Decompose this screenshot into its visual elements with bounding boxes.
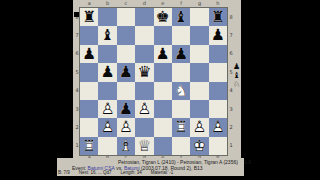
square-f6[interactable]: ♟	[172, 45, 190, 63]
file-label-top-b: b	[98, 0, 116, 7]
piece-white-king: ♚♔	[190, 137, 208, 155]
rank-label-right-8: 8	[228, 8, 234, 26]
file-labels-top: abcdefgh	[80, 0, 227, 7]
square-c8[interactable]	[117, 8, 135, 26]
stat-next-move: Next: 16. ... Qd7	[79, 170, 112, 175]
square-b4[interactable]	[98, 82, 116, 100]
piece-white-king-outline: ♔	[190, 137, 208, 155]
square-c7[interactable]	[117, 26, 135, 44]
square-e7[interactable]	[154, 26, 172, 44]
square-g7[interactable]	[190, 26, 208, 44]
square-h6[interactable]	[209, 45, 227, 63]
piece-white-rook: ♜♖	[80, 137, 98, 155]
file-label-top-h: h	[209, 0, 227, 7]
black-to-move-indicator	[74, 12, 79, 17]
square-e8[interactable]: ♚	[154, 8, 172, 26]
square-f7[interactable]	[172, 26, 190, 44]
square-a2[interactable]	[80, 118, 98, 136]
square-c5[interactable]: ♟	[117, 63, 135, 81]
square-e2[interactable]	[154, 118, 172, 136]
piece-white-pawn-outline: ♙	[98, 100, 116, 118]
square-f1[interactable]	[172, 137, 190, 155]
piece-white-pawn-outline: ♙	[209, 118, 227, 136]
square-h4[interactable]	[209, 82, 227, 100]
piece-black-bishop: ♝	[172, 8, 190, 26]
square-f3[interactable]	[172, 100, 190, 118]
square-a6[interactable]: ♟	[80, 45, 98, 63]
piece-black-pawn: ♟	[209, 26, 227, 44]
piece-black-queen: ♛	[135, 63, 153, 81]
file-label-top-c: c	[117, 0, 135, 7]
square-h3[interactable]	[209, 100, 227, 118]
square-b5[interactable]: ♟	[98, 63, 116, 81]
square-c4[interactable]	[117, 82, 135, 100]
square-b6[interactable]	[98, 45, 116, 63]
piece-black-pawn: ♟	[98, 63, 116, 81]
square-b7[interactable]: ♝	[98, 26, 116, 44]
piece-white-pawn-outline: ♙	[190, 118, 208, 136]
piece-black-pawn: ♟	[154, 45, 172, 63]
piece-white-pawn-outline: ♙	[98, 118, 116, 136]
stat-length: Length: 34	[121, 170, 142, 175]
square-c3[interactable]: ♟	[117, 100, 135, 118]
piece-white-pawn-outline: ♙	[135, 100, 153, 118]
square-f4[interactable]: ♞♘	[172, 82, 190, 100]
square-a5[interactable]	[80, 63, 98, 81]
square-b1[interactable]	[98, 137, 116, 155]
piece-white-knight: ♞♘	[172, 82, 190, 100]
file-label-top-d: d	[135, 0, 153, 7]
piece-white-pawn: ♟♙	[209, 118, 227, 136]
square-d1[interactable]: ♛♕	[135, 137, 153, 155]
square-c6[interactable]	[117, 45, 135, 63]
square-g4[interactable]	[190, 82, 208, 100]
screenshot-root: { "game": "chess", "position": "r3kb1r/1…	[0, 0, 320, 180]
piece-black-rook: ♜	[209, 8, 227, 26]
square-g6[interactable]	[190, 45, 208, 63]
piece-white-rook-outline: ♖	[80, 137, 98, 155]
piece-white-bishop: ♝♗	[117, 137, 135, 155]
board: ♜♚♝♜♝♟♟♟♟♟♟♛♞♘♟♙♟♟♙♟♙♟♙♜♖♟♙♟♙♜♖♝♗♛♕♚♔	[80, 8, 227, 155]
caption-panel: Petrosian, Tigran L (2410) - Petrosian, …	[57, 158, 244, 176]
piece-black-bishop: ♝	[98, 26, 116, 44]
rank-label-right-2: 2	[228, 118, 234, 136]
piece-white-knight-outline: ♘	[172, 82, 190, 100]
file-label-top-e: e	[154, 0, 172, 7]
piece-black-rook: ♜	[80, 8, 98, 26]
file-label-top-g: g	[190, 0, 208, 7]
piece-white-rook: ♜♖	[172, 118, 190, 136]
piece-white-pawn: ♟♙	[190, 118, 208, 136]
square-f8[interactable]: ♝	[172, 8, 190, 26]
captured-black-pawn-icon: ♟	[232, 62, 241, 71]
game-result: 1-0	[244, 159, 251, 165]
square-g5[interactable]	[190, 63, 208, 81]
square-e6[interactable]: ♟	[154, 45, 172, 63]
square-f5[interactable]	[172, 63, 190, 81]
square-e5[interactable]	[154, 63, 172, 81]
square-h7[interactable]: ♟	[209, 26, 227, 44]
square-b2[interactable]: ♟♙	[98, 118, 116, 136]
square-d8[interactable]	[135, 8, 153, 26]
square-a1[interactable]: ♜♖	[80, 137, 98, 155]
piece-black-pawn: ♟	[80, 45, 98, 63]
material-tray: ♟ ♝ ♘	[232, 62, 241, 89]
captured-black-bishop-icon: ♝	[232, 71, 241, 80]
square-e3[interactable]	[154, 100, 172, 118]
square-a4[interactable]	[80, 82, 98, 100]
file-label-top-f: f	[172, 0, 190, 7]
square-d3[interactable]: ♟♙	[135, 100, 153, 118]
stat-side: B: 7/9	[58, 170, 70, 175]
square-d5[interactable]: ♛	[135, 63, 153, 81]
square-g3[interactable]	[190, 100, 208, 118]
square-a3[interactable]	[80, 100, 98, 118]
piece-white-pawn-outline: ♙	[117, 118, 135, 136]
square-c2[interactable]: ♟♙	[117, 118, 135, 136]
square-e4[interactable]	[154, 82, 172, 100]
square-g2[interactable]: ♟♙	[190, 118, 208, 136]
piece-white-pawn: ♟♙	[98, 100, 116, 118]
square-a8[interactable]: ♜	[80, 8, 98, 26]
piece-black-king: ♚	[154, 8, 172, 26]
square-g8[interactable]	[190, 8, 208, 26]
stat-material: Material: -1	[151, 170, 174, 175]
piece-white-rook-outline: ♖	[172, 118, 190, 136]
piece-white-pawn: ♟♙	[117, 118, 135, 136]
rank-label-right-1: 1	[228, 137, 234, 155]
piece-white-pawn: ♟♙	[135, 100, 153, 118]
square-b3[interactable]: ♟♙	[98, 100, 116, 118]
square-h2[interactable]: ♟♙	[209, 118, 227, 136]
captured-white-knight-icon: ♘	[232, 80, 241, 89]
square-c1[interactable]: ♝♗	[117, 137, 135, 155]
board-panel: abcdefgh abcdefgh 87654321 87654321 ♜♚♝♜…	[73, 0, 241, 158]
square-g1[interactable]: ♚♔	[190, 137, 208, 155]
piece-white-bishop-outline: ♗	[117, 137, 135, 155]
piece-black-pawn: ♟	[117, 100, 135, 118]
piece-white-queen: ♛♕	[135, 137, 153, 155]
piece-black-pawn: ♟	[117, 63, 135, 81]
square-d2[interactable]	[135, 118, 153, 136]
square-h1[interactable]	[209, 137, 227, 155]
piece-black-pawn: ♟	[172, 45, 190, 63]
rank-label-right-6: 6	[228, 45, 234, 63]
square-h5[interactable]	[209, 63, 227, 81]
rank-label-right-7: 7	[228, 26, 234, 44]
square-h8[interactable]: ♜	[209, 8, 227, 26]
square-e1[interactable]	[154, 137, 172, 155]
rank-label-right-3: 3	[228, 100, 234, 118]
stats-line: B: 7/9Next: 16. ... Qd7Length: 34Materia…	[58, 170, 182, 175]
piece-white-pawn: ♟♙	[98, 118, 116, 136]
square-a7[interactable]	[80, 26, 98, 44]
square-f2[interactable]: ♜♖	[172, 118, 190, 136]
square-d6[interactable]	[135, 45, 153, 63]
piece-white-queen-outline: ♕	[135, 137, 153, 155]
square-b8[interactable]	[98, 8, 116, 26]
square-d4[interactable]	[135, 82, 153, 100]
file-label-top-a: a	[80, 0, 98, 7]
square-d7[interactable]	[135, 26, 153, 44]
